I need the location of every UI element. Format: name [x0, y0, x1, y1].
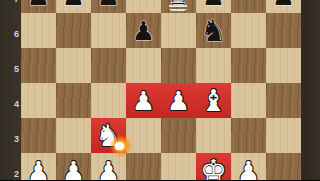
- rank-label-6: 6: [0, 29, 19, 39]
- white-pawn-d4[interactable]: ♟: [132, 88, 155, 114]
- rank-label-4: 4: [0, 99, 19, 109]
- square-b3[interactable]: [56, 118, 91, 153]
- square-b4[interactable]: [56, 83, 91, 118]
- square-b5[interactable]: [56, 48, 91, 83]
- square-c6[interactable]: [91, 13, 126, 48]
- square-e6[interactable]: [161, 13, 196, 48]
- black-pawn-d6[interactable]: ♟: [132, 18, 155, 44]
- square-f6[interactable]: ♞: [196, 13, 231, 48]
- square-g4[interactable]: [231, 83, 266, 118]
- black-pawn-f7[interactable]: ♟: [202, 0, 225, 9]
- square-g6[interactable]: [231, 13, 266, 48]
- chess-board: ♟♟♟♛♟♟♟♞♟♟♝♞♟♟♟♚♟: [21, 0, 301, 180]
- white-pawn-c2[interactable]: ♟: [97, 158, 120, 181]
- white-knight-c3[interactable]: ♞: [95, 121, 122, 151]
- square-c2[interactable]: ♟: [91, 153, 126, 180]
- letterbox-right: [301, 0, 320, 180]
- square-a5[interactable]: [21, 48, 56, 83]
- square-e2[interactable]: [161, 153, 196, 180]
- white-pawn-g2[interactable]: ♟: [237, 158, 260, 181]
- square-h7[interactable]: ♟: [266, 0, 301, 13]
- square-a7[interactable]: ♟: [21, 0, 56, 13]
- square-a4[interactable]: [21, 83, 56, 118]
- square-g3[interactable]: [231, 118, 266, 153]
- square-f5[interactable]: [196, 48, 231, 83]
- square-h3[interactable]: [266, 118, 301, 153]
- square-g5[interactable]: [231, 48, 266, 83]
- letterbox-left: [0, 0, 21, 180]
- square-d5[interactable]: [126, 48, 161, 83]
- square-c4[interactable]: [91, 83, 126, 118]
- square-e3[interactable]: [161, 118, 196, 153]
- rank-label-5: 5: [0, 64, 19, 74]
- square-h2[interactable]: [266, 153, 301, 180]
- black-knight-f6[interactable]: ♞: [200, 16, 227, 46]
- square-e7[interactable]: ♛: [161, 0, 196, 13]
- square-f4[interactable]: ♝: [196, 83, 231, 118]
- square-d7[interactable]: [126, 0, 161, 13]
- rank-label-2: 2: [0, 169, 19, 179]
- black-pawn-c7[interactable]: ♟: [97, 0, 120, 9]
- square-c7[interactable]: ♟: [91, 0, 126, 13]
- square-a6[interactable]: [21, 13, 56, 48]
- white-pawn-a2[interactable]: ♟: [27, 158, 50, 181]
- white-pawn-b2[interactable]: ♟: [62, 158, 85, 181]
- square-f3[interactable]: [196, 118, 231, 153]
- square-d3[interactable]: [126, 118, 161, 153]
- square-a2[interactable]: ♟: [21, 153, 56, 180]
- rank-label-7: 7: [0, 0, 19, 4]
- square-c5[interactable]: [91, 48, 126, 83]
- rank-label-3: 3: [0, 134, 19, 144]
- black-pawn-a7[interactable]: ♟: [27, 0, 50, 9]
- square-d2[interactable]: [126, 153, 161, 180]
- square-e4[interactable]: ♟: [161, 83, 196, 118]
- white-pawn-e4[interactable]: ♟: [167, 88, 190, 114]
- square-e5[interactable]: [161, 48, 196, 83]
- white-king-f2[interactable]: ♚: [200, 156, 227, 181]
- square-h4[interactable]: [266, 83, 301, 118]
- black-pawn-b7[interactable]: ♟: [62, 0, 85, 9]
- square-h5[interactable]: [266, 48, 301, 83]
- white-bishop-f4[interactable]: ♝: [200, 86, 227, 116]
- square-b6[interactable]: [56, 13, 91, 48]
- square-g7[interactable]: [231, 0, 266, 13]
- square-f2[interactable]: ♚: [196, 153, 231, 180]
- square-c3[interactable]: ♞: [91, 118, 126, 153]
- square-h6[interactable]: [266, 13, 301, 48]
- black-pawn-h7[interactable]: ♟: [272, 0, 295, 9]
- video-frame: ♟♟♟♛♟♟♟♞♟♟♝♞♟♟♟♚♟ 765432: [0, 0, 320, 180]
- black-queen-e7[interactable]: ♛: [165, 0, 192, 11]
- square-d4[interactable]: ♟: [126, 83, 161, 118]
- square-d6[interactable]: ♟: [126, 13, 161, 48]
- square-a3[interactable]: [21, 118, 56, 153]
- square-b7[interactable]: ♟: [56, 0, 91, 13]
- square-f7[interactable]: ♟: [196, 0, 231, 13]
- square-b2[interactable]: ♟: [56, 153, 91, 180]
- square-g2[interactable]: ♟: [231, 153, 266, 180]
